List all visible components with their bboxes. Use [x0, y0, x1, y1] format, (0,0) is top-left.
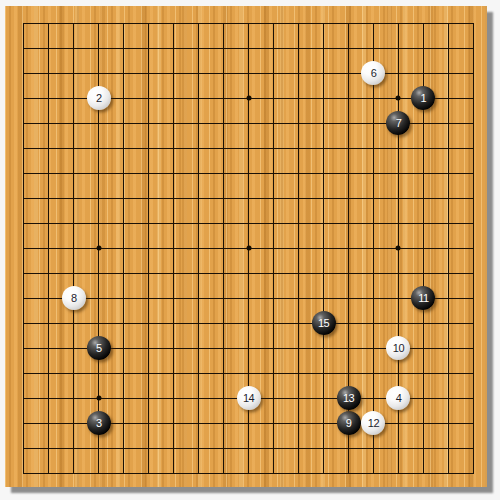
move-number: 12: [368, 418, 379, 429]
stone-black-13: 13: [337, 386, 361, 410]
grid-line-vertical: [473, 23, 474, 474]
stone-white-10: 10: [386, 336, 410, 360]
move-number: 9: [346, 418, 352, 429]
grid-line-vertical: [373, 23, 374, 474]
grid-line-horizontal: [23, 273, 473, 274]
move-number: 1: [421, 93, 427, 104]
move-number: 11: [418, 293, 428, 304]
move-number: 13: [343, 393, 354, 404]
grid-line-horizontal: [23, 298, 473, 299]
star-point: [96, 396, 101, 401]
stone-white-14: 14: [237, 386, 261, 410]
stone-white-12: 12: [361, 411, 385, 435]
grid-line-horizontal: [23, 448, 473, 449]
move-number: 5: [96, 343, 102, 354]
move-number: 2: [96, 93, 102, 104]
move-number: 4: [396, 393, 402, 404]
stone-black-9: 9: [337, 411, 361, 435]
star-point: [396, 96, 401, 101]
move-number: 10: [393, 343, 404, 354]
move-number: 3: [96, 418, 102, 429]
star-point: [96, 246, 101, 251]
grid-line-horizontal: [23, 373, 473, 374]
grid-line-vertical: [448, 23, 449, 474]
stone-white-4: 4: [386, 386, 410, 410]
stone-black-11: 11: [411, 286, 435, 310]
stone-black-5: 5: [87, 336, 111, 360]
move-number: 15: [318, 318, 329, 329]
star-point: [246, 246, 251, 251]
go-board[interactable]: 123456789101112131415: [5, 6, 487, 487]
star-point: [246, 96, 251, 101]
star-point: [396, 246, 401, 251]
stone-white-8: 8: [62, 286, 86, 310]
grid-line-horizontal: [23, 323, 473, 324]
stone-black-1: 1: [411, 86, 435, 110]
move-number: 8: [71, 293, 77, 304]
move-number: 7: [396, 118, 402, 129]
grid-line-horizontal: [23, 473, 473, 474]
grid-line-vertical: [323, 23, 324, 474]
move-number: 14: [243, 393, 254, 404]
stone-black-7: 7: [386, 111, 410, 135]
move-number: 6: [371, 68, 377, 79]
stone-white-2: 2: [87, 86, 111, 110]
stone-white-6: 6: [361, 61, 385, 85]
stone-black-3: 3: [87, 411, 111, 435]
stone-black-15: 15: [312, 311, 336, 335]
grid-line-vertical: [273, 23, 274, 474]
grid-line-vertical: [298, 23, 299, 474]
